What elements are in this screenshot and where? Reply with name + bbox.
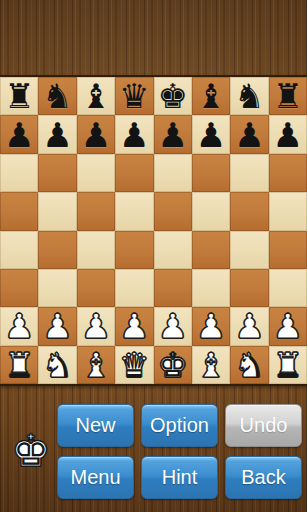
piece-black-bishop: ♝ bbox=[196, 79, 226, 113]
piece-black-pawn: ♟ bbox=[273, 118, 303, 152]
square-g6[interactable] bbox=[230, 154, 268, 192]
square-c5[interactable] bbox=[77, 192, 115, 230]
piece-black-pawn: ♟ bbox=[81, 118, 111, 152]
square-d4[interactable] bbox=[115, 231, 153, 269]
undo-button[interactable]: Undo bbox=[225, 404, 302, 447]
square-c8[interactable]: ♝ bbox=[77, 77, 115, 115]
piece-black-pawn: ♟ bbox=[234, 118, 264, 152]
piece-black-king: ♚ bbox=[157, 79, 187, 113]
square-a7[interactable]: ♟ bbox=[0, 115, 38, 153]
square-h5[interactable] bbox=[269, 192, 307, 230]
square-d6[interactable] bbox=[115, 154, 153, 192]
piece-black-rook: ♜ bbox=[4, 79, 34, 113]
piece-black-bishop: ♝ bbox=[81, 79, 111, 113]
piece-white-pawn: ♟ bbox=[234, 309, 264, 343]
square-h1[interactable]: ♜ bbox=[269, 346, 307, 384]
square-e8[interactable]: ♚ bbox=[154, 77, 192, 115]
square-e4[interactable] bbox=[154, 231, 192, 269]
square-e5[interactable] bbox=[154, 192, 192, 230]
piece-white-knight: ♞ bbox=[234, 348, 264, 382]
square-e2[interactable]: ♟ bbox=[154, 307, 192, 345]
square-c7[interactable]: ♟ bbox=[77, 115, 115, 153]
piece-white-pawn: ♟ bbox=[196, 309, 226, 343]
square-d5[interactable] bbox=[115, 192, 153, 230]
square-c1[interactable]: ♝ bbox=[77, 346, 115, 384]
back-button[interactable]: Back bbox=[225, 456, 302, 499]
piece-white-pawn: ♟ bbox=[273, 309, 303, 343]
square-c4[interactable] bbox=[77, 231, 115, 269]
square-f1[interactable]: ♝ bbox=[192, 346, 230, 384]
square-h6[interactable] bbox=[269, 154, 307, 192]
piece-white-knight: ♞ bbox=[42, 348, 72, 382]
square-g2[interactable]: ♟ bbox=[230, 307, 268, 345]
piece-white-pawn: ♟ bbox=[157, 309, 187, 343]
white-king-icon: ♚ bbox=[11, 429, 50, 473]
square-f3[interactable] bbox=[192, 269, 230, 307]
piece-black-pawn: ♟ bbox=[196, 118, 226, 152]
piece-white-rook: ♜ bbox=[273, 348, 303, 382]
square-e6[interactable] bbox=[154, 154, 192, 192]
piece-black-pawn: ♟ bbox=[157, 118, 187, 152]
option-button[interactable]: Option bbox=[141, 404, 218, 447]
square-b7[interactable]: ♟ bbox=[38, 115, 76, 153]
menu-button[interactable]: Menu bbox=[57, 456, 134, 499]
square-a3[interactable] bbox=[0, 269, 38, 307]
square-d2[interactable]: ♟ bbox=[115, 307, 153, 345]
new-button[interactable]: New bbox=[57, 404, 134, 447]
square-h8[interactable]: ♜ bbox=[269, 77, 307, 115]
square-b6[interactable] bbox=[38, 154, 76, 192]
square-f6[interactable] bbox=[192, 154, 230, 192]
square-b1[interactable]: ♞ bbox=[38, 346, 76, 384]
piece-white-pawn: ♟ bbox=[81, 309, 111, 343]
piece-black-pawn: ♟ bbox=[4, 118, 34, 152]
square-g4[interactable] bbox=[230, 231, 268, 269]
square-f4[interactable] bbox=[192, 231, 230, 269]
square-e3[interactable] bbox=[154, 269, 192, 307]
piece-black-rook: ♜ bbox=[273, 79, 303, 113]
square-a2[interactable]: ♟ bbox=[0, 307, 38, 345]
square-b4[interactable] bbox=[38, 231, 76, 269]
piece-white-pawn: ♟ bbox=[42, 309, 72, 343]
piece-black-knight: ♞ bbox=[234, 79, 264, 113]
button-panel: New Option Undo Menu Hint Back bbox=[57, 404, 302, 499]
square-d1[interactable]: ♛ bbox=[115, 346, 153, 384]
square-g8[interactable]: ♞ bbox=[230, 77, 268, 115]
square-g7[interactable]: ♟ bbox=[230, 115, 268, 153]
square-a4[interactable] bbox=[0, 231, 38, 269]
square-c3[interactable] bbox=[77, 269, 115, 307]
hint-button[interactable]: Hint bbox=[141, 456, 218, 499]
square-b5[interactable] bbox=[38, 192, 76, 230]
piece-white-rook: ♜ bbox=[4, 348, 34, 382]
piece-white-pawn: ♟ bbox=[119, 309, 149, 343]
square-h4[interactable] bbox=[269, 231, 307, 269]
square-g3[interactable] bbox=[230, 269, 268, 307]
square-c2[interactable]: ♟ bbox=[77, 307, 115, 345]
square-a6[interactable] bbox=[0, 154, 38, 192]
chess-board: ♜♞♝♛♚♝♞♜♟♟♟♟♟♟♟♟♟♟♟♟♟♟♟♟♜♞♝♛♚♝♞♜ bbox=[0, 75, 307, 386]
square-c6[interactable] bbox=[77, 154, 115, 192]
square-f5[interactable] bbox=[192, 192, 230, 230]
piece-black-pawn: ♟ bbox=[119, 118, 149, 152]
square-e7[interactable]: ♟ bbox=[154, 115, 192, 153]
piece-black-queen: ♛ bbox=[119, 79, 149, 113]
square-h7[interactable]: ♟ bbox=[269, 115, 307, 153]
piece-white-bishop: ♝ bbox=[196, 348, 226, 382]
piece-black-pawn: ♟ bbox=[42, 118, 72, 152]
square-b3[interactable] bbox=[38, 269, 76, 307]
piece-white-queen: ♛ bbox=[119, 348, 149, 382]
square-a1[interactable]: ♜ bbox=[0, 346, 38, 384]
square-b2[interactable]: ♟ bbox=[38, 307, 76, 345]
piece-black-knight: ♞ bbox=[42, 79, 72, 113]
square-e1[interactable]: ♚ bbox=[154, 346, 192, 384]
square-f2[interactable]: ♟ bbox=[192, 307, 230, 345]
square-g5[interactable] bbox=[230, 192, 268, 230]
square-a5[interactable] bbox=[0, 192, 38, 230]
square-d8[interactable]: ♛ bbox=[115, 77, 153, 115]
square-g1[interactable]: ♞ bbox=[230, 346, 268, 384]
square-a8[interactable]: ♜ bbox=[0, 77, 38, 115]
piece-white-pawn: ♟ bbox=[4, 309, 34, 343]
piece-white-bishop: ♝ bbox=[81, 348, 111, 382]
piece-white-king: ♚ bbox=[157, 348, 187, 382]
turn-indicator: ♚ bbox=[8, 427, 54, 475]
square-h3[interactable] bbox=[269, 269, 307, 307]
square-d3[interactable] bbox=[115, 269, 153, 307]
square-d7[interactable]: ♟ bbox=[115, 115, 153, 153]
square-f8[interactable]: ♝ bbox=[192, 77, 230, 115]
chess-app-screen: ♜♞♝♛♚♝♞♜♟♟♟♟♟♟♟♟♟♟♟♟♟♟♟♟♜♞♝♛♚♝♞♜ ♚ New O… bbox=[0, 0, 307, 512]
square-b8[interactable]: ♞ bbox=[38, 77, 76, 115]
square-f7[interactable]: ♟ bbox=[192, 115, 230, 153]
square-h2[interactable]: ♟ bbox=[269, 307, 307, 345]
